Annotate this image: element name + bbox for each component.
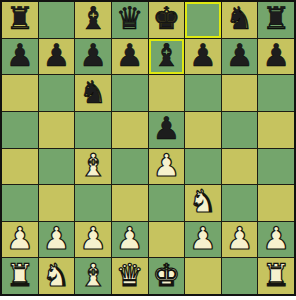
square-d4[interactable] (112, 149, 148, 185)
square-f5[interactable] (185, 112, 221, 148)
square-a3[interactable] (2, 185, 38, 221)
square-a7[interactable]: ♟ (2, 39, 38, 75)
piece-white-pawn: ♟ (152, 150, 180, 181)
square-f2[interactable]: ♟ (185, 222, 221, 258)
piece-black-pawn: ♟ (189, 40, 217, 71)
square-c7[interactable]: ♟ (75, 39, 111, 75)
square-a1[interactable]: ♜ (2, 258, 38, 294)
piece-black-pawn: ♟ (226, 40, 254, 71)
piece-white-pawn: ♟ (43, 223, 71, 254)
square-d2[interactable]: ♟ (112, 222, 148, 258)
square-a2[interactable]: ♟ (2, 222, 38, 258)
square-a8[interactable]: ♜ (2, 2, 38, 38)
piece-white-bishop: ♝ (79, 150, 107, 181)
square-d1[interactable]: ♛ (112, 258, 148, 294)
square-b8[interactable] (39, 2, 75, 38)
square-f6[interactable] (185, 75, 221, 111)
piece-white-knight: ♞ (43, 260, 71, 291)
piece-black-pawn: ♟ (152, 113, 180, 144)
square-e8[interactable]: ♚ (149, 2, 185, 38)
square-f4[interactable] (185, 149, 221, 185)
square-d8[interactable]: ♛ (112, 2, 148, 38)
square-b5[interactable] (39, 112, 75, 148)
piece-white-bishop: ♝ (79, 260, 107, 291)
piece-black-bishop: ♝ (79, 3, 107, 34)
square-b1[interactable]: ♞ (39, 258, 75, 294)
square-f8[interactable] (185, 2, 221, 38)
square-g8[interactable]: ♞ (222, 2, 258, 38)
square-b7[interactable]: ♟ (39, 39, 75, 75)
square-f7[interactable]: ♟ (185, 39, 221, 75)
square-e5[interactable]: ♟ (149, 112, 185, 148)
square-f1[interactable] (185, 258, 221, 294)
square-e2[interactable] (149, 222, 185, 258)
square-h6[interactable] (258, 75, 294, 111)
square-c5[interactable] (75, 112, 111, 148)
piece-white-pawn: ♟ (262, 223, 290, 254)
square-h2[interactable]: ♟ (258, 222, 294, 258)
piece-white-knight: ♞ (189, 186, 217, 217)
square-d7[interactable]: ♟ (112, 39, 148, 75)
square-c3[interactable] (75, 185, 111, 221)
square-d6[interactable] (112, 75, 148, 111)
square-b6[interactable] (39, 75, 75, 111)
square-e6[interactable] (149, 75, 185, 111)
page-background-strip (0, 296, 296, 300)
piece-black-pawn: ♟ (6, 40, 34, 71)
square-h5[interactable] (258, 112, 294, 148)
square-e3[interactable] (149, 185, 185, 221)
square-c1[interactable]: ♝ (75, 258, 111, 294)
square-g7[interactable]: ♟ (222, 39, 258, 75)
square-h1[interactable]: ♜ (258, 258, 294, 294)
square-g5[interactable] (222, 112, 258, 148)
square-h3[interactable] (258, 185, 294, 221)
piece-black-queen: ♛ (116, 3, 144, 34)
piece-white-pawn: ♟ (226, 223, 254, 254)
square-b3[interactable] (39, 185, 75, 221)
square-f3[interactable]: ♞ (185, 185, 221, 221)
square-d5[interactable] (112, 112, 148, 148)
piece-black-knight: ♞ (79, 77, 107, 108)
piece-white-rook: ♜ (6, 260, 34, 291)
piece-black-pawn: ♟ (79, 40, 107, 71)
piece-white-pawn: ♟ (189, 223, 217, 254)
square-h7[interactable]: ♟ (258, 39, 294, 75)
square-c8[interactable]: ♝ (75, 2, 111, 38)
square-e4[interactable]: ♟ (149, 149, 185, 185)
square-h8[interactable]: ♜ (258, 2, 294, 38)
piece-white-pawn: ♟ (116, 223, 144, 254)
piece-black-king: ♚ (152, 3, 180, 34)
square-c4[interactable]: ♝ (75, 149, 111, 185)
chess-board: ♜♝♛♚♞♜♟♟♟♟♝♟♟♟♞♟♝♟♞♟♟♟♟♟♟♟♜♞♝♛♚♜ (0, 0, 296, 296)
piece-black-rook: ♜ (6, 3, 34, 34)
square-d3[interactable] (112, 185, 148, 221)
square-g3[interactable] (222, 185, 258, 221)
square-b2[interactable]: ♟ (39, 222, 75, 258)
square-g6[interactable] (222, 75, 258, 111)
piece-black-knight: ♞ (226, 3, 254, 34)
square-c6[interactable]: ♞ (75, 75, 111, 111)
square-g1[interactable] (222, 258, 258, 294)
piece-white-pawn: ♟ (6, 223, 34, 254)
square-c2[interactable]: ♟ (75, 222, 111, 258)
piece-black-rook: ♜ (262, 3, 290, 34)
square-b4[interactable] (39, 149, 75, 185)
piece-black-bishop: ♝ (152, 40, 180, 71)
piece-white-rook: ♜ (262, 260, 290, 291)
piece-white-pawn: ♟ (79, 223, 107, 254)
square-a6[interactable] (2, 75, 38, 111)
piece-white-queen: ♛ (116, 260, 144, 291)
square-a5[interactable] (2, 112, 38, 148)
square-g2[interactable]: ♟ (222, 222, 258, 258)
piece-white-king: ♚ (152, 260, 180, 291)
piece-black-pawn: ♟ (262, 40, 290, 71)
square-h4[interactable] (258, 149, 294, 185)
square-e7[interactable]: ♝ (149, 39, 185, 75)
piece-black-pawn: ♟ (43, 40, 71, 71)
square-a4[interactable] (2, 149, 38, 185)
square-g4[interactable] (222, 149, 258, 185)
square-e1[interactable]: ♚ (149, 258, 185, 294)
piece-black-pawn: ♟ (116, 40, 144, 71)
